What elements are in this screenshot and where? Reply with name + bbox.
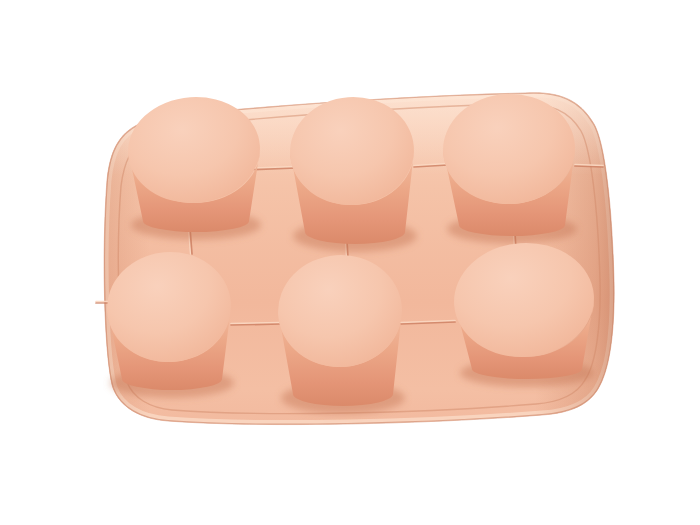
dome-top-left [124,93,263,240]
product-photo [0,0,700,525]
dome-top-middle [286,93,417,252]
seam-line [575,166,603,167]
muffin-mold-photo [0,0,700,525]
dome-bottom-middle [274,251,406,414]
dome-top-right [440,91,578,244]
seam-line [231,324,280,325]
